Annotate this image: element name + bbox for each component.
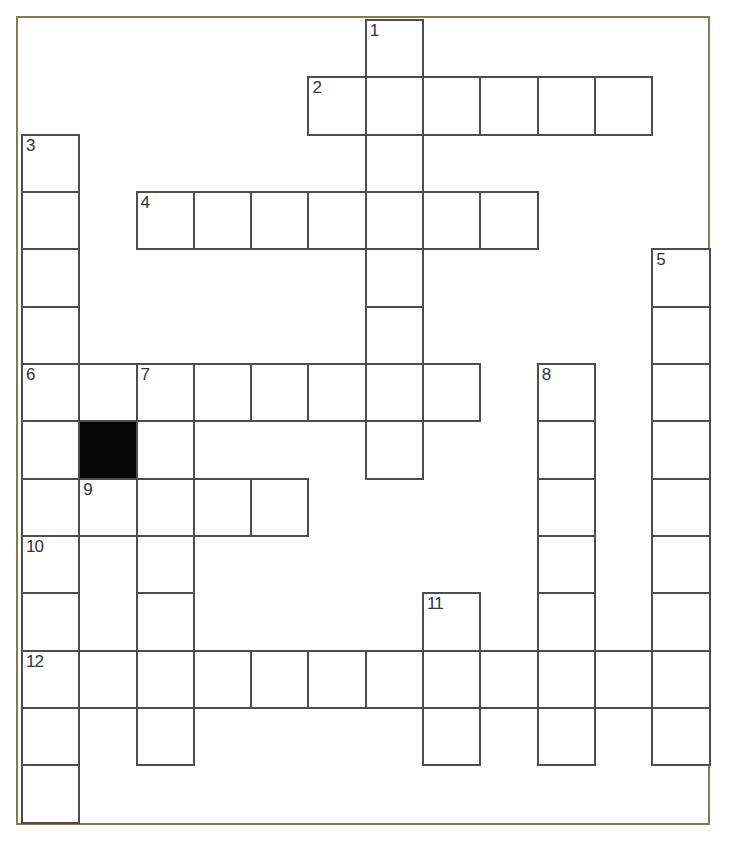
grid-cell[interactable] <box>251 479 308 536</box>
grid-cell[interactable] <box>308 364 365 421</box>
grid-cell[interactable]: 10 <box>22 536 79 593</box>
grid-cell[interactable] <box>423 364 480 421</box>
grid-cell[interactable] <box>366 307 423 364</box>
grid-cell[interactable] <box>538 593 595 650</box>
grid-cell[interactable] <box>595 651 652 708</box>
grid-cell[interactable] <box>251 364 308 421</box>
black-cell <box>79 421 136 478</box>
clue-number: 1 <box>370 21 378 40</box>
grid-cell[interactable] <box>137 479 194 536</box>
grid-cell[interactable] <box>423 708 480 765</box>
grid-cell[interactable] <box>366 421 423 478</box>
grid-cell[interactable]: 4 <box>137 192 194 249</box>
grid-cell[interactable] <box>652 651 709 708</box>
grid-cell[interactable] <box>194 364 251 421</box>
grid-cell[interactable] <box>22 708 79 765</box>
grid-cell[interactable] <box>652 421 709 478</box>
grid-cell[interactable] <box>22 593 79 650</box>
grid-cell[interactable] <box>538 651 595 708</box>
grid-cell[interactable] <box>423 651 480 708</box>
grid-cell[interactable]: 11 <box>423 593 480 650</box>
clue-number: 5 <box>656 250 664 269</box>
grid-cell[interactable] <box>366 249 423 306</box>
grid-cell[interactable] <box>137 708 194 765</box>
grid-cell[interactable] <box>194 192 251 249</box>
grid-cell[interactable] <box>22 479 79 536</box>
grid-cell[interactable] <box>480 192 537 249</box>
grid-cell[interactable] <box>652 536 709 593</box>
grid-cell[interactable] <box>652 479 709 536</box>
grid-cell[interactable] <box>137 421 194 478</box>
grid-cell[interactable] <box>251 192 308 249</box>
clue-number: 12 <box>26 652 43 671</box>
grid-cell[interactable]: 3 <box>22 135 79 192</box>
grid-cell[interactable]: 12 <box>22 651 79 708</box>
grid-cell[interactable] <box>22 765 79 822</box>
grid-cell[interactable] <box>652 307 709 364</box>
grid-cell[interactable] <box>652 364 709 421</box>
grid-cell[interactable] <box>194 651 251 708</box>
grid-cell[interactable] <box>137 593 194 650</box>
grid-cell[interactable] <box>308 651 365 708</box>
grid-cell[interactable] <box>595 77 652 134</box>
clue-number: 2 <box>312 78 320 97</box>
grid-cell[interactable]: 7 <box>137 364 194 421</box>
grid-cell[interactable] <box>79 651 136 708</box>
grid-cell[interactable] <box>22 249 79 306</box>
grid-cell[interactable] <box>308 192 365 249</box>
grid-cell[interactable]: 2 <box>308 77 365 134</box>
grid-cell[interactable] <box>22 192 79 249</box>
grid-cell[interactable] <box>538 536 595 593</box>
crossword-grid: 123456789101112 <box>22 20 710 823</box>
grid-cell[interactable]: 9 <box>79 479 136 536</box>
clue-number: 4 <box>141 193 149 212</box>
grid-cell[interactable]: 8 <box>538 364 595 421</box>
grid-cell[interactable] <box>366 135 423 192</box>
grid-cell[interactable] <box>137 651 194 708</box>
grid-cell[interactable] <box>366 192 423 249</box>
grid-cell[interactable] <box>480 77 537 134</box>
grid-cell[interactable] <box>652 708 709 765</box>
grid-cell[interactable] <box>423 192 480 249</box>
grid-cell[interactable] <box>22 421 79 478</box>
grid-cell[interactable]: 1 <box>366 20 423 77</box>
clue-number: 6 <box>26 365 34 384</box>
grid-cell[interactable] <box>423 77 480 134</box>
grid-cell[interactable] <box>137 536 194 593</box>
grid-cell[interactable] <box>538 708 595 765</box>
clue-number: 9 <box>83 480 91 499</box>
grid-cell[interactable] <box>480 651 537 708</box>
grid-cell[interactable]: 5 <box>652 249 709 306</box>
clue-number: 8 <box>542 365 550 384</box>
grid-cell[interactable] <box>366 77 423 134</box>
clue-number: 7 <box>141 365 149 384</box>
clue-number: 10 <box>26 537 43 556</box>
grid-cell[interactable] <box>538 77 595 134</box>
clue-number: 3 <box>26 136 34 155</box>
grid-cell[interactable] <box>538 421 595 478</box>
grid-cell[interactable] <box>366 364 423 421</box>
grid-cell[interactable] <box>251 651 308 708</box>
grid-cell[interactable] <box>538 479 595 536</box>
grid-cell[interactable] <box>652 593 709 650</box>
grid-cell[interactable] <box>366 651 423 708</box>
grid-cell[interactable] <box>194 479 251 536</box>
grid-cell[interactable] <box>22 307 79 364</box>
grid-cell[interactable] <box>79 364 136 421</box>
clue-number: 11 <box>427 594 443 613</box>
grid-cell[interactable]: 6 <box>22 364 79 421</box>
